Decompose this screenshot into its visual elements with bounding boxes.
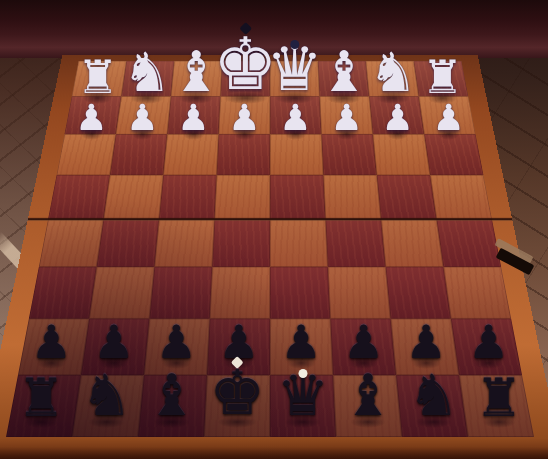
square-g5[interactable] [97, 219, 159, 267]
black-rook-glyph: ♜ [17, 371, 65, 424]
black-bishop-glyph: ♝ [343, 367, 394, 424]
scene: ♜♞♝♛♚♝♞♜♟♟♟♟♟♟♟♟♟♟♟♟♟♟♟♟♜♞♝♛♚♝♞♜ [0, 0, 548, 459]
piece-black-queen-d8[interactable]: ♛ [277, 366, 329, 424]
white-pawn-glyph: ♟ [228, 100, 260, 136]
square-e3[interactable] [217, 134, 270, 175]
square-f4[interactable] [159, 175, 217, 219]
square-d4[interactable] [270, 175, 325, 219]
white-pawn-glyph: ♟ [177, 100, 209, 136]
piece-white-pawn-c2[interactable]: ♟ [330, 100, 362, 136]
square-c5[interactable] [325, 219, 385, 267]
square-h4[interactable] [48, 175, 110, 219]
square-d3[interactable] [270, 134, 323, 175]
white-pawn-glyph: ♟ [75, 100, 107, 136]
piece-white-pawn-h2[interactable]: ♟ [75, 100, 107, 136]
black-bishop-glyph: ♝ [146, 367, 197, 424]
square-h6[interactable] [29, 267, 97, 319]
square-a3[interactable] [424, 134, 483, 175]
piece-black-knight-b8[interactable]: ♞ [408, 367, 459, 424]
piece-white-king-e1[interactable]: ♚ [213, 28, 278, 100]
piece-white-pawn-f2[interactable]: ♟ [177, 100, 209, 136]
square-e6[interactable] [210, 267, 270, 319]
white-pawn-glyph: ♟ [126, 100, 158, 136]
square-b4[interactable] [377, 175, 437, 219]
piece-black-pawn-c7[interactable]: ♟ [343, 319, 384, 365]
square-c4[interactable] [323, 175, 381, 219]
black-pawn-glyph: ♟ [156, 319, 197, 365]
square-e4[interactable] [215, 175, 270, 219]
white-pawn-glyph: ♟ [381, 100, 413, 136]
square-d6[interactable] [270, 267, 330, 319]
piece-white-pawn-g2[interactable]: ♟ [126, 100, 158, 136]
white-rook-glyph: ♜ [77, 54, 118, 100]
piece-black-pawn-d7[interactable]: ♟ [281, 319, 322, 365]
black-knight-glyph: ♞ [408, 367, 459, 424]
black-pawn-glyph: ♟ [343, 319, 384, 365]
white-knight-glyph: ♞ [369, 46, 417, 100]
square-f5[interactable] [154, 219, 214, 267]
white-pawn-glyph: ♟ [279, 100, 311, 136]
piece-black-pawn-g7[interactable]: ♟ [93, 319, 134, 365]
square-d5[interactable] [270, 219, 328, 267]
piece-black-pawn-f7[interactable]: ♟ [156, 319, 197, 365]
square-c3[interactable] [321, 134, 376, 175]
board-frame-bottom-edge [0, 447, 548, 459]
piece-white-knight-b1[interactable]: ♞ [369, 46, 417, 100]
square-c6[interactable] [328, 267, 391, 319]
piece-white-pawn-a2[interactable]: ♟ [432, 100, 464, 136]
piece-white-bishop-c1[interactable]: ♝ [319, 44, 369, 100]
square-f3[interactable] [163, 134, 218, 175]
black-pawn-glyph: ♟ [406, 319, 447, 365]
piece-black-rook-h8[interactable]: ♜ [17, 371, 65, 424]
piece-white-pawn-e2[interactable]: ♟ [228, 100, 260, 136]
black-pawn-glyph: ♟ [468, 319, 509, 365]
black-rook-glyph: ♜ [475, 371, 523, 424]
white-pawn-glyph: ♟ [330, 100, 362, 136]
square-a4[interactable] [430, 175, 492, 219]
piece-white-pawn-b2[interactable]: ♟ [381, 100, 413, 136]
black-king-glyph: ♚ [210, 362, 266, 424]
black-pawn-glyph: ♟ [281, 319, 322, 365]
piece-white-bishop-f1[interactable]: ♝ [171, 44, 221, 100]
piece-black-king-e8[interactable]: ♚ [210, 362, 266, 424]
white-king-glyph: ♚ [213, 28, 278, 100]
piece-black-bishop-f8[interactable]: ♝ [146, 367, 197, 424]
piece-black-bishop-c8[interactable]: ♝ [343, 367, 394, 424]
piece-black-knight-g8[interactable]: ♞ [81, 367, 132, 424]
square-h5[interactable] [39, 219, 104, 267]
piece-black-pawn-h7[interactable]: ♟ [31, 319, 72, 365]
white-rook-glyph: ♜ [422, 54, 463, 100]
square-b6[interactable] [386, 267, 451, 319]
white-knight-glyph: ♞ [123, 46, 171, 100]
black-pawn-glyph: ♟ [93, 319, 134, 365]
square-b5[interactable] [381, 219, 443, 267]
white-bishop-glyph: ♝ [319, 44, 369, 100]
square-a5[interactable] [436, 219, 501, 267]
piece-black-pawn-a7[interactable]: ♟ [468, 319, 509, 365]
piece-white-rook-h1[interactable]: ♜ [77, 54, 118, 100]
piece-black-pawn-b7[interactable]: ♟ [406, 319, 447, 365]
white-queen-finial-icon [290, 40, 299, 49]
piece-white-knight-g1[interactable]: ♞ [123, 46, 171, 100]
black-knight-glyph: ♞ [81, 367, 132, 424]
square-b3[interactable] [373, 134, 430, 175]
white-pawn-glyph: ♟ [432, 100, 464, 136]
square-g6[interactable] [89, 267, 154, 319]
piece-white-pawn-d2[interactable]: ♟ [279, 100, 311, 136]
piece-white-rook-a1[interactable]: ♜ [422, 54, 463, 100]
square-h3[interactable] [57, 134, 116, 175]
square-a6[interactable] [443, 267, 511, 319]
square-f6[interactable] [149, 267, 212, 319]
white-bishop-glyph: ♝ [171, 44, 221, 100]
square-g4[interactable] [104, 175, 164, 219]
square-g3[interactable] [110, 134, 167, 175]
piece-black-rook-a8[interactable]: ♜ [475, 371, 523, 424]
black-pawn-glyph: ♟ [31, 319, 72, 365]
black-queen-finial-icon [298, 369, 307, 378]
square-e5[interactable] [212, 219, 270, 267]
